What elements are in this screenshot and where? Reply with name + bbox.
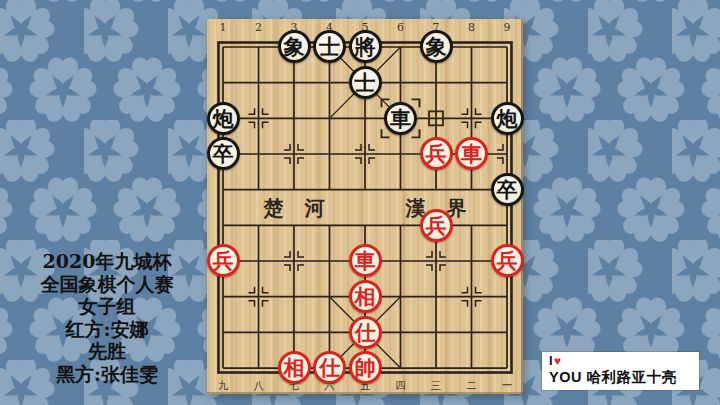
piece-black[interactable]: 士 xyxy=(349,66,382,99)
piece-black[interactable]: 象 xyxy=(420,30,453,63)
piece-red[interactable]: 相 xyxy=(278,351,311,384)
info-line-event: 2020年九城杯 xyxy=(16,250,198,273)
piece-red[interactable]: 兵 xyxy=(207,244,240,277)
heart-icon: ♥ xyxy=(554,354,562,368)
piece-black[interactable]: 象 xyxy=(278,30,311,63)
info-line-black-player: 黑方:张佳雯 xyxy=(16,363,198,386)
watermark-line2: YOU 哈利路亚十亮 xyxy=(549,369,695,386)
screenshot-root: 2020年九城杯 全国象棋个人赛 女子组 红方:安娜 先胜 黑方:张佳雯 123… xyxy=(0,0,720,405)
piece-black[interactable]: 車 xyxy=(384,102,417,135)
info-line-group: 女子组 xyxy=(16,295,198,318)
xiangqi-board[interactable]: 123456789 九八七六五四三二一 楚河 漢界 象士將象士炮車炮卒卒兵車兵兵… xyxy=(207,19,523,394)
info-line-red-player: 红方:安娜 xyxy=(16,318,198,341)
watermark: I♥ YOU 哈利路亚十亮 xyxy=(542,352,699,390)
piece-red[interactable]: 車 xyxy=(349,244,382,277)
piece-black[interactable]: 卒 xyxy=(207,137,240,170)
piece-red[interactable]: 帥 xyxy=(349,351,382,384)
piece-black[interactable]: 炮 xyxy=(491,102,524,135)
info-line-tournament: 全国象棋个人赛 xyxy=(16,273,198,296)
watermark-line1: I♥ xyxy=(549,353,695,369)
piece-red[interactable]: 兵 xyxy=(420,209,453,242)
piece-black[interactable]: 將 xyxy=(349,30,382,63)
piece-black[interactable]: 炮 xyxy=(207,102,240,135)
piece-red[interactable]: 仕 xyxy=(349,316,382,349)
piece-black[interactable]: 卒 xyxy=(491,173,524,206)
match-info-panel: 2020年九城杯 全国象棋个人赛 女子组 红方:安娜 先胜 黑方:张佳雯 xyxy=(16,250,198,386)
info-line-result: 先胜 xyxy=(16,340,198,363)
piece-red[interactable]: 相 xyxy=(349,280,382,313)
piece-red[interactable]: 兵 xyxy=(420,137,453,170)
piece-red[interactable]: 兵 xyxy=(491,244,524,277)
